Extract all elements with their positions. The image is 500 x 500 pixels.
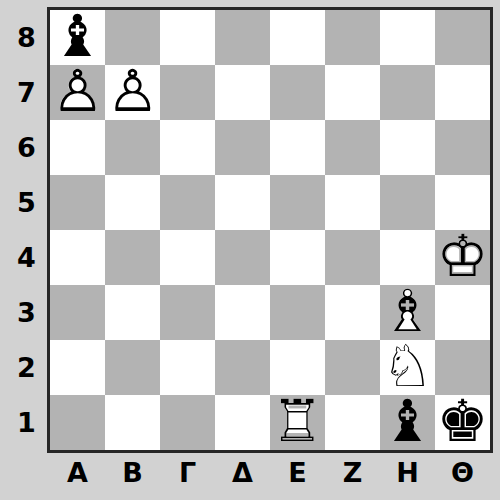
rank-labels: 87654321 bbox=[0, 10, 47, 450]
black-piece-glyph: ♝ bbox=[382, 392, 434, 450]
file-label-theta: Θ bbox=[435, 450, 490, 494]
square-d2[interactable] bbox=[215, 340, 270, 395]
chess-diagram-page: 87654321 ♝♟♙♟♙♚♔♝♗♞♘♜♖♝♚ ΑΒΓΔΕΖΗΘ bbox=[0, 0, 500, 500]
square-d7[interactable] bbox=[215, 65, 270, 120]
rank-label-3: 3 bbox=[0, 285, 47, 340]
square-c1[interactable] bbox=[160, 395, 215, 450]
square-a1[interactable] bbox=[50, 395, 105, 450]
square-g8[interactable] bbox=[380, 10, 435, 65]
white-pawn: ♟♙ bbox=[50, 65, 105, 120]
square-d5[interactable] bbox=[215, 175, 270, 230]
white-piece-outline-glyph: ♖ bbox=[272, 392, 324, 450]
square-f3[interactable] bbox=[325, 285, 380, 340]
rank-label-4: 4 bbox=[0, 230, 47, 285]
rank-label-8: 8 bbox=[0, 10, 47, 65]
square-d1[interactable] bbox=[215, 395, 270, 450]
white-pawn: ♟♙ bbox=[105, 65, 160, 120]
square-b2[interactable] bbox=[105, 340, 160, 395]
square-a4[interactable] bbox=[50, 230, 105, 285]
square-a2[interactable] bbox=[50, 340, 105, 395]
white-piece-outline-glyph: ♙ bbox=[107, 62, 159, 120]
black-piece-glyph: ♚ bbox=[437, 392, 489, 450]
square-g5[interactable] bbox=[380, 175, 435, 230]
square-b6[interactable] bbox=[105, 120, 160, 175]
square-f5[interactable] bbox=[325, 175, 380, 230]
square-g7[interactable] bbox=[380, 65, 435, 120]
square-h4[interactable]: ♚♔ bbox=[435, 230, 490, 285]
square-h3[interactable] bbox=[435, 285, 490, 340]
rank-label-2: 2 bbox=[0, 340, 47, 395]
square-c7[interactable] bbox=[160, 65, 215, 120]
square-e7[interactable] bbox=[270, 65, 325, 120]
rank-label-5: 5 bbox=[0, 175, 47, 230]
square-d6[interactable] bbox=[215, 120, 270, 175]
black-bishop: ♝ bbox=[380, 395, 435, 450]
file-label-eta: Η bbox=[380, 450, 435, 494]
square-c3[interactable] bbox=[160, 285, 215, 340]
square-f2[interactable] bbox=[325, 340, 380, 395]
square-e1[interactable]: ♜♖ bbox=[270, 395, 325, 450]
square-a3[interactable] bbox=[50, 285, 105, 340]
square-g1[interactable]: ♝ bbox=[380, 395, 435, 450]
rank-label-1: 1 bbox=[0, 395, 47, 450]
square-c5[interactable] bbox=[160, 175, 215, 230]
square-e8[interactable] bbox=[270, 10, 325, 65]
white-piece-outline-glyph: ♔ bbox=[437, 227, 489, 285]
file-label-delta: Δ bbox=[215, 450, 270, 494]
rank-label-7: 7 bbox=[0, 65, 47, 120]
file-label-beta: Β bbox=[105, 450, 160, 494]
file-label-alpha: Α bbox=[50, 450, 105, 494]
white-rook: ♜♖ bbox=[270, 395, 325, 450]
square-e4[interactable] bbox=[270, 230, 325, 285]
square-b4[interactable] bbox=[105, 230, 160, 285]
square-b7[interactable]: ♟♙ bbox=[105, 65, 160, 120]
black-king: ♚ bbox=[435, 395, 490, 450]
square-f8[interactable] bbox=[325, 10, 380, 65]
square-c8[interactable] bbox=[160, 10, 215, 65]
square-b3[interactable] bbox=[105, 285, 160, 340]
square-h7[interactable] bbox=[435, 65, 490, 120]
square-g6[interactable] bbox=[380, 120, 435, 175]
square-d4[interactable] bbox=[215, 230, 270, 285]
square-f1[interactable] bbox=[325, 395, 380, 450]
square-e5[interactable] bbox=[270, 175, 325, 230]
square-f6[interactable] bbox=[325, 120, 380, 175]
white-piece-outline-glyph: ♙ bbox=[52, 62, 104, 120]
square-c4[interactable] bbox=[160, 230, 215, 285]
file-label-zeta: Ζ bbox=[325, 450, 380, 494]
square-f7[interactable] bbox=[325, 65, 380, 120]
rank-label-6: 6 bbox=[0, 120, 47, 175]
square-h8[interactable] bbox=[435, 10, 490, 65]
square-c6[interactable] bbox=[160, 120, 215, 175]
square-f4[interactable] bbox=[325, 230, 380, 285]
square-a6[interactable] bbox=[50, 120, 105, 175]
file-label-epsilon: Ε bbox=[270, 450, 325, 494]
square-a7[interactable]: ♟♙ bbox=[50, 65, 105, 120]
square-d8[interactable] bbox=[215, 10, 270, 65]
white-king: ♚♔ bbox=[435, 230, 490, 285]
square-b5[interactable] bbox=[105, 175, 160, 230]
chess-board: ♝♟♙♟♙♚♔♝♗♞♘♜♖♝♚ bbox=[47, 7, 493, 453]
square-d3[interactable] bbox=[215, 285, 270, 340]
square-e6[interactable] bbox=[270, 120, 325, 175]
file-label-gamma: Γ bbox=[160, 450, 215, 494]
square-h1[interactable]: ♚ bbox=[435, 395, 490, 450]
square-a5[interactable] bbox=[50, 175, 105, 230]
file-labels: ΑΒΓΔΕΖΗΘ bbox=[50, 450, 490, 494]
square-e3[interactable] bbox=[270, 285, 325, 340]
square-b1[interactable] bbox=[105, 395, 160, 450]
square-h6[interactable] bbox=[435, 120, 490, 175]
square-c2[interactable] bbox=[160, 340, 215, 395]
